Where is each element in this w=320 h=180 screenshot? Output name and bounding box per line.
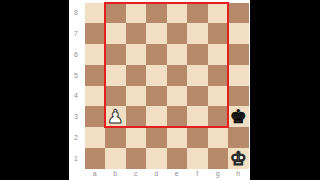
square-a7	[85, 23, 106, 44]
square-h2	[228, 127, 249, 148]
square-a6	[85, 44, 106, 65]
square-c4	[126, 86, 147, 107]
file-label-a: a	[85, 169, 106, 179]
square-c2	[126, 127, 147, 148]
square-g3	[208, 106, 229, 127]
video-frame: 87654321 ♟♚♚ abcdefgh	[0, 0, 320, 180]
square-h6	[228, 44, 249, 65]
square-e6	[167, 44, 188, 65]
square-g6	[208, 44, 229, 65]
square-d4	[146, 86, 167, 107]
square-a1	[85, 148, 106, 169]
square-g7	[208, 23, 229, 44]
rank-label-4: 4	[69, 86, 83, 107]
white-king: ♚	[230, 148, 247, 169]
square-b5	[105, 65, 126, 86]
square-f4	[187, 86, 208, 107]
file-labels: abcdefgh	[85, 169, 249, 179]
square-d1	[146, 148, 167, 169]
square-h8	[228, 3, 249, 24]
square-g4	[208, 86, 229, 107]
square-a3	[85, 106, 106, 127]
square-e5	[167, 65, 188, 86]
file-label-d: d	[146, 169, 167, 179]
file-label-f: f	[187, 169, 208, 179]
rank-label-2: 2	[69, 127, 83, 148]
rank-label-1: 1	[69, 148, 83, 169]
square-d3	[146, 106, 167, 127]
square-d5	[146, 65, 167, 86]
file-label-c: c	[126, 169, 147, 179]
square-h3: ♚	[228, 106, 249, 127]
square-a5	[85, 65, 106, 86]
file-label-h: h	[228, 169, 249, 179]
square-e8	[167, 3, 188, 24]
square-f3	[187, 106, 208, 127]
square-c1	[126, 148, 147, 169]
square-c6	[126, 44, 147, 65]
square-f7	[187, 23, 208, 44]
square-g1	[208, 148, 229, 169]
black-king: ♚	[230, 106, 247, 127]
square-b7	[105, 23, 126, 44]
square-h4	[228, 86, 249, 107]
square-g5	[208, 65, 229, 86]
square-f5	[187, 65, 208, 86]
square-e4	[167, 86, 188, 107]
white-pawn: ♟	[107, 106, 124, 127]
square-f6	[187, 44, 208, 65]
square-f2	[187, 127, 208, 148]
file-label-g: g	[208, 169, 229, 179]
square-b4	[105, 86, 126, 107]
square-d6	[146, 44, 167, 65]
square-b3: ♟	[105, 106, 126, 127]
square-h5	[228, 65, 249, 86]
square-d8	[146, 3, 167, 24]
square-g8	[208, 3, 229, 24]
square-c7	[126, 23, 147, 44]
square-c8	[126, 3, 147, 24]
square-e7	[167, 23, 188, 44]
rank-label-3: 3	[69, 106, 83, 127]
square-c5	[126, 65, 147, 86]
square-c3	[126, 106, 147, 127]
square-e2	[167, 127, 188, 148]
rank-label-6: 6	[69, 44, 83, 65]
square-a4	[85, 86, 106, 107]
square-g2	[208, 127, 229, 148]
diagram-area: 87654321 ♟♚♚ abcdefgh	[69, 0, 250, 180]
square-f1	[187, 148, 208, 169]
square-d2	[146, 127, 167, 148]
letterbox-left	[0, 0, 69, 180]
square-h1: ♚	[228, 148, 249, 169]
square-d7	[146, 23, 167, 44]
letterbox-right	[250, 0, 320, 180]
square-a2	[85, 127, 106, 148]
square-b8	[105, 3, 126, 24]
square-f8	[187, 3, 208, 24]
file-label-e: e	[167, 169, 188, 179]
rank-label-5: 5	[69, 65, 83, 86]
rank-label-7: 7	[69, 23, 83, 44]
file-label-b: b	[105, 169, 126, 179]
square-h7	[228, 23, 249, 44]
chess-board: ♟♚♚	[85, 3, 249, 169]
square-b2	[105, 127, 126, 148]
square-b1	[105, 148, 126, 169]
rank-label-8: 8	[69, 3, 83, 24]
rank-labels: 87654321	[69, 3, 83, 169]
square-b6	[105, 44, 126, 65]
square-a8	[85, 3, 106, 24]
square-e3	[167, 106, 188, 127]
square-e1	[167, 148, 188, 169]
